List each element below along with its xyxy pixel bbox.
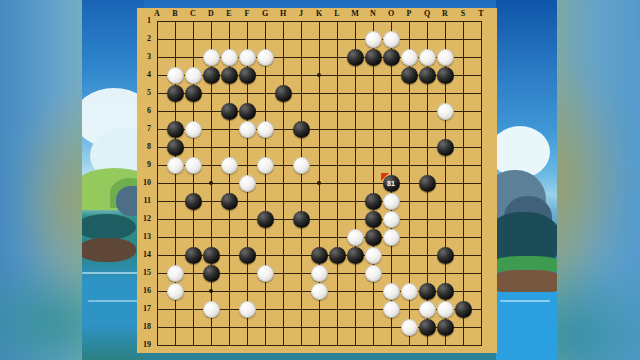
board-intersection[interactable] [472,228,490,246]
board-intersection[interactable] [238,318,256,336]
board-intersection[interactable] [364,30,382,48]
board-intersection[interactable] [274,30,292,48]
board-intersection[interactable] [184,48,202,66]
board-intersection[interactable] [238,282,256,300]
board-intersection[interactable] [328,300,346,318]
board-intersection[interactable] [418,156,436,174]
board-intersection[interactable] [436,48,454,66]
board-intersection[interactable] [364,210,382,228]
board-intersection[interactable] [346,84,364,102]
board-intersection[interactable] [454,30,472,48]
board-intersection[interactable] [166,264,184,282]
board-intersection[interactable] [184,264,202,282]
board-intersection[interactable] [400,138,418,156]
board-intersection[interactable] [274,336,292,354]
board-intersection[interactable] [202,192,220,210]
board-intersection[interactable] [274,192,292,210]
board-intersection[interactable] [148,318,166,336]
board-intersection[interactable] [418,30,436,48]
board-intersection[interactable] [292,174,310,192]
board-intersection[interactable] [202,300,220,318]
board-intersection[interactable] [346,66,364,84]
board-intersection[interactable] [166,84,184,102]
board-intersection[interactable] [256,48,274,66]
board-intersection[interactable] [274,318,292,336]
board-intersection[interactable] [310,318,328,336]
board-intersection[interactable] [256,246,274,264]
board-intersection[interactable] [400,156,418,174]
board-intersection[interactable] [472,174,490,192]
board-intersection[interactable] [256,12,274,30]
board-intersection[interactable] [292,264,310,282]
board-intersection[interactable] [238,156,256,174]
board-intersection[interactable] [472,210,490,228]
board-intersection[interactable] [472,84,490,102]
board-intersection[interactable] [184,210,202,228]
board-intersection[interactable] [418,282,436,300]
board-intersection[interactable] [220,30,238,48]
board-intersection[interactable] [220,102,238,120]
board-intersection[interactable] [328,66,346,84]
board-intersection[interactable] [238,228,256,246]
board-intersection[interactable] [454,120,472,138]
board-intersection[interactable] [274,264,292,282]
board-intersection[interactable] [382,300,400,318]
board-intersection[interactable] [184,102,202,120]
board-intersection[interactable] [148,264,166,282]
board-intersection[interactable] [454,102,472,120]
board-intersection[interactable] [274,210,292,228]
board-intersection[interactable] [274,282,292,300]
board-intersection[interactable] [202,30,220,48]
board-intersection[interactable] [292,192,310,210]
board-intersection[interactable] [292,246,310,264]
board-intersection[interactable] [220,192,238,210]
board-intersection[interactable] [220,318,238,336]
board-intersection[interactable] [436,282,454,300]
board-intersection[interactable] [436,246,454,264]
board-intersection[interactable] [166,156,184,174]
board-intersection[interactable] [166,318,184,336]
board-intersection[interactable] [238,48,256,66]
board-intersection[interactable] [400,48,418,66]
board-intersection[interactable] [472,120,490,138]
board-intersection[interactable] [238,120,256,138]
board-intersection[interactable] [310,192,328,210]
board-intersection[interactable] [202,120,220,138]
board-intersection[interactable] [238,246,256,264]
board-intersection[interactable] [364,120,382,138]
board-intersection[interactable] [418,228,436,246]
board-intersection[interactable] [148,192,166,210]
board-intersection[interactable] [148,156,166,174]
board-intersection[interactable] [400,264,418,282]
board-intersection[interactable] [310,282,328,300]
board-intersection[interactable] [220,228,238,246]
board-intersection[interactable] [400,246,418,264]
board-intersection[interactable] [382,66,400,84]
board-intersection[interactable] [292,120,310,138]
board-intersection[interactable] [400,192,418,210]
board-intersection[interactable] [256,282,274,300]
board-intersection[interactable] [256,84,274,102]
board-intersection[interactable] [364,156,382,174]
board-intersection[interactable] [256,264,274,282]
board-intersection[interactable] [202,102,220,120]
board-intersection[interactable] [148,246,166,264]
board-intersection[interactable] [454,336,472,354]
board-intersection[interactable] [436,192,454,210]
board-intersection[interactable] [310,30,328,48]
board-intersection[interactable] [328,120,346,138]
board-intersection[interactable] [418,246,436,264]
board-intersection[interactable] [238,210,256,228]
board-intersection[interactable] [310,102,328,120]
board-intersection[interactable] [202,210,220,228]
board-intersection[interactable] [274,120,292,138]
board-intersection[interactable] [328,12,346,30]
board-intersection[interactable] [400,210,418,228]
board-intersection[interactable] [436,174,454,192]
board-intersection[interactable] [202,138,220,156]
board-intersection[interactable] [202,318,220,336]
board-intersection[interactable] [472,102,490,120]
board-intersection[interactable] [148,48,166,66]
board-intersection[interactable] [472,138,490,156]
board-intersection[interactable] [436,102,454,120]
board-intersection[interactable] [166,282,184,300]
board-intersection[interactable] [454,210,472,228]
board-intersection[interactable] [436,84,454,102]
board-intersection[interactable] [166,228,184,246]
board-intersection[interactable] [148,282,166,300]
board-intersection[interactable] [346,120,364,138]
board-intersection[interactable] [292,138,310,156]
board-intersection[interactable] [166,120,184,138]
board-intersection[interactable] [454,282,472,300]
board-intersection[interactable] [220,264,238,282]
board-intersection[interactable] [364,192,382,210]
board-intersection[interactable] [184,66,202,84]
board-intersection[interactable] [364,300,382,318]
board-intersection[interactable] [274,174,292,192]
board-intersection[interactable] [436,138,454,156]
board-intersection[interactable] [472,300,490,318]
board-intersection[interactable] [454,318,472,336]
board-intersection[interactable] [292,12,310,30]
board-intersection[interactable] [382,246,400,264]
board-intersection[interactable] [184,138,202,156]
board-intersection[interactable]: 81 [382,174,400,192]
board-intersection[interactable] [346,282,364,300]
board-intersection[interactable] [202,246,220,264]
board-intersection[interactable] [346,246,364,264]
board-intersection[interactable] [292,318,310,336]
board-intersection[interactable] [220,84,238,102]
board-intersection[interactable] [328,138,346,156]
board-intersection[interactable] [274,12,292,30]
board-intersection[interactable] [202,156,220,174]
board-intersection[interactable] [454,84,472,102]
board-intersection[interactable] [292,282,310,300]
board-intersection[interactable] [220,336,238,354]
board-intersection[interactable] [310,210,328,228]
board-intersection[interactable] [364,228,382,246]
board-intersection[interactable] [310,156,328,174]
board-intersection[interactable] [292,300,310,318]
board-intersection[interactable] [472,12,490,30]
board-intersection[interactable] [292,66,310,84]
board-intersection[interactable] [238,138,256,156]
board-intersection[interactable] [454,192,472,210]
board-intersection[interactable] [274,246,292,264]
board-intersection[interactable] [202,264,220,282]
board-intersection[interactable] [220,156,238,174]
board-intersection[interactable] [202,336,220,354]
board-intersection[interactable] [436,66,454,84]
board-intersection[interactable] [364,318,382,336]
board-intersection[interactable] [436,264,454,282]
board-intersection[interactable] [400,102,418,120]
board-intersection[interactable] [310,336,328,354]
board-intersection[interactable] [310,300,328,318]
board-intersection[interactable] [328,264,346,282]
board-intersection[interactable] [472,264,490,282]
board-intersection[interactable] [238,192,256,210]
board-intersection[interactable] [436,12,454,30]
board-intersection[interactable] [184,120,202,138]
board-intersection[interactable] [436,156,454,174]
board-intersection[interactable] [148,228,166,246]
board-intersection[interactable] [184,30,202,48]
board-intersection[interactable] [166,174,184,192]
board-intersection[interactable] [166,300,184,318]
board-intersection[interactable] [436,318,454,336]
board-intersection[interactable] [202,48,220,66]
board-intersection[interactable] [382,156,400,174]
board-intersection[interactable] [472,282,490,300]
board-intersection[interactable] [184,282,202,300]
board-intersection[interactable] [238,300,256,318]
board-intersection[interactable] [418,174,436,192]
board-intersection[interactable] [346,228,364,246]
board-intersection[interactable] [184,174,202,192]
board-intersection[interactable] [400,318,418,336]
board-intersection[interactable] [238,102,256,120]
board-intersection[interactable] [400,66,418,84]
board-intersection[interactable] [382,102,400,120]
board-intersection[interactable] [148,336,166,354]
board-intersection[interactable] [256,102,274,120]
board-intersection[interactable] [472,48,490,66]
board-intersection[interactable] [166,12,184,30]
board-intersection[interactable] [346,300,364,318]
board-intersection[interactable] [472,66,490,84]
board-intersection[interactable] [292,210,310,228]
board-intersection[interactable] [346,48,364,66]
board-intersection[interactable] [328,156,346,174]
board-intersection[interactable] [364,246,382,264]
board-intersection[interactable] [292,336,310,354]
board-intersection[interactable] [346,264,364,282]
board-intersection[interactable] [310,228,328,246]
board-intersection[interactable] [292,84,310,102]
board-intersection[interactable] [148,138,166,156]
board-intersection[interactable] [166,138,184,156]
board-intersection[interactable] [166,66,184,84]
board-intersection[interactable] [346,318,364,336]
board-intersection[interactable] [382,84,400,102]
board-intersection[interactable] [418,192,436,210]
board-intersection[interactable] [256,210,274,228]
board-intersection[interactable] [346,102,364,120]
board-intersection[interactable] [292,102,310,120]
board-intersection[interactable] [310,48,328,66]
board-intersection[interactable] [346,12,364,30]
board-intersection[interactable] [202,228,220,246]
board-intersection[interactable] [148,66,166,84]
board-intersection[interactable] [274,48,292,66]
board-intersection[interactable] [418,210,436,228]
board-intersection[interactable] [418,84,436,102]
board-intersection[interactable] [274,138,292,156]
board-intersection[interactable] [472,246,490,264]
board-intersection[interactable] [148,102,166,120]
board-intersection[interactable] [256,336,274,354]
board-intersection[interactable] [256,120,274,138]
board-intersection[interactable] [328,318,346,336]
board-intersection[interactable] [310,138,328,156]
board-intersection[interactable] [166,336,184,354]
board-intersection[interactable] [292,48,310,66]
board-intersection[interactable] [202,12,220,30]
board-intersection[interactable] [238,12,256,30]
board-intersection[interactable] [400,174,418,192]
board-intersection[interactable] [454,228,472,246]
board-intersection[interactable] [256,228,274,246]
board-intersection[interactable] [238,174,256,192]
board-intersection[interactable] [364,138,382,156]
board-intersection[interactable] [184,84,202,102]
board-intersection[interactable] [454,66,472,84]
board-intersection[interactable] [418,138,436,156]
board-intersection[interactable] [346,174,364,192]
board-intersection[interactable] [274,228,292,246]
board-intersection[interactable] [400,12,418,30]
board-intersection[interactable] [148,210,166,228]
board-intersection[interactable] [382,336,400,354]
board-intersection[interactable] [148,30,166,48]
board-intersection[interactable] [220,210,238,228]
board-intersection[interactable] [382,282,400,300]
board-intersection[interactable] [166,246,184,264]
board-intersection[interactable] [148,84,166,102]
board-intersection[interactable] [400,30,418,48]
board-intersection[interactable] [418,264,436,282]
board-intersection[interactable] [328,192,346,210]
board-intersection[interactable] [382,48,400,66]
board-intersection[interactable] [400,228,418,246]
board-intersection[interactable] [328,102,346,120]
board-intersection[interactable] [238,336,256,354]
board-intersection[interactable] [364,48,382,66]
board-intersection[interactable] [148,174,166,192]
board-intersection[interactable] [274,66,292,84]
board-intersection[interactable] [400,84,418,102]
board-intersection[interactable] [238,66,256,84]
board-intersection[interactable] [148,300,166,318]
board-intersection[interactable] [310,120,328,138]
board-intersection[interactable] [472,318,490,336]
board-intersection[interactable] [256,66,274,84]
board-intersection[interactable] [166,102,184,120]
board-intersection[interactable] [148,12,166,30]
board-intersection[interactable] [310,84,328,102]
board-intersection[interactable] [382,30,400,48]
board-intersection[interactable] [238,30,256,48]
board-intersection[interactable] [166,210,184,228]
board-intersection[interactable] [454,48,472,66]
board-intersection[interactable] [220,246,238,264]
board-intersection[interactable] [418,102,436,120]
board-intersection[interactable] [454,138,472,156]
board-intersection[interactable] [328,282,346,300]
board-intersection[interactable] [418,12,436,30]
board-intersection[interactable] [184,228,202,246]
board-intersection[interactable] [364,66,382,84]
board-intersection[interactable] [310,264,328,282]
board-intersection[interactable] [364,12,382,30]
board-intersection[interactable] [220,174,238,192]
board-intersection[interactable] [382,210,400,228]
board-intersection[interactable] [274,84,292,102]
board-intersection[interactable] [454,264,472,282]
board-intersection[interactable] [184,300,202,318]
board-intersection[interactable] [436,300,454,318]
board-intersection[interactable] [472,336,490,354]
board-intersection[interactable] [310,246,328,264]
board-intersection[interactable] [220,300,238,318]
board-intersection[interactable] [202,66,220,84]
board-intersection[interactable] [184,318,202,336]
board-intersection[interactable] [256,192,274,210]
board-intersection[interactable] [328,336,346,354]
board-intersection[interactable] [382,228,400,246]
board-intersection[interactable] [256,156,274,174]
board-intersection[interactable] [220,48,238,66]
board-intersection[interactable] [346,192,364,210]
board-intersection[interactable] [328,48,346,66]
board-intersection[interactable] [418,120,436,138]
board-intersection[interactable] [148,120,166,138]
board-intersection[interactable] [328,174,346,192]
board-intersection[interactable] [382,12,400,30]
board-intersection[interactable] [184,12,202,30]
board-intersection[interactable] [364,102,382,120]
board-intersection[interactable] [256,300,274,318]
board-intersection[interactable] [364,336,382,354]
board-intersection[interactable] [382,264,400,282]
board-intersection[interactable] [436,336,454,354]
board-intersection[interactable] [256,318,274,336]
board-intersection[interactable] [418,66,436,84]
board-intersection[interactable] [328,30,346,48]
board-intersection[interactable] [274,300,292,318]
board-intersection[interactable] [400,336,418,354]
board-intersection[interactable] [418,48,436,66]
board-intersection[interactable] [454,12,472,30]
board-intersection[interactable] [184,156,202,174]
